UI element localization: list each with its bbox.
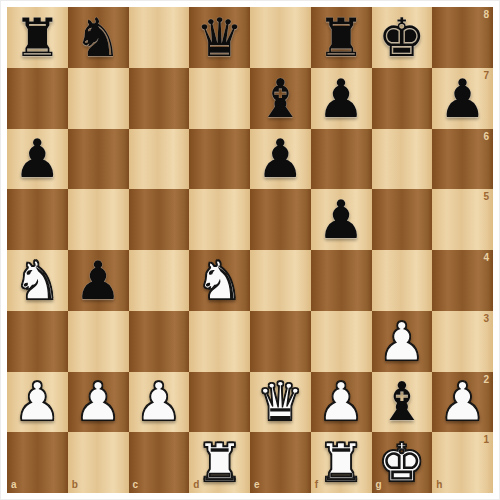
- file-label-a: a: [11, 480, 17, 490]
- square-f6[interactable]: [311, 129, 372, 190]
- square-f1[interactable]: f♜: [311, 432, 372, 493]
- rank-label-8: 8: [483, 10, 489, 20]
- square-c2[interactable]: ♟: [129, 372, 190, 433]
- square-c6[interactable]: [129, 129, 190, 190]
- square-g4[interactable]: [372, 250, 433, 311]
- square-c8[interactable]: [129, 7, 190, 68]
- square-e4[interactable]: [250, 250, 311, 311]
- square-b1[interactable]: b: [68, 432, 129, 493]
- piece-white-pawn[interactable]: ♟: [129, 372, 190, 433]
- square-a8[interactable]: ♜: [7, 7, 68, 68]
- square-d1[interactable]: d♜: [189, 432, 250, 493]
- square-f2[interactable]: ♟: [311, 372, 372, 433]
- piece-black-pawn[interactable]: ♟: [7, 129, 68, 190]
- square-b2[interactable]: ♟: [68, 372, 129, 433]
- piece-white-rook[interactable]: ♜: [189, 432, 250, 493]
- piece-black-pawn[interactable]: ♟: [68, 250, 129, 311]
- square-f3[interactable]: [311, 311, 372, 372]
- file-label-h: h: [436, 480, 442, 490]
- square-e1[interactable]: e: [250, 432, 311, 493]
- piece-black-pawn[interactable]: ♟: [311, 189, 372, 250]
- page-background: ♜♞♛♜♚8♝♟7♟♟♟6♟5♞♟♞4♟3♟♟♟♛♟♝2♟abcd♜ef♜g♚1…: [0, 0, 500, 500]
- piece-white-king[interactable]: ♚: [372, 432, 433, 493]
- square-h5[interactable]: 5: [432, 189, 493, 250]
- square-h6[interactable]: 6: [432, 129, 493, 190]
- rank-label-3: 3: [483, 314, 489, 324]
- file-label-c: c: [133, 480, 139, 490]
- square-a2[interactable]: ♟: [7, 372, 68, 433]
- square-g7[interactable]: [372, 68, 433, 129]
- square-e7[interactable]: ♝: [250, 68, 311, 129]
- square-f4[interactable]: [311, 250, 372, 311]
- square-e6[interactable]: ♟: [250, 129, 311, 190]
- square-c7[interactable]: [129, 68, 190, 129]
- piece-black-bishop[interactable]: ♝: [250, 68, 311, 129]
- square-d4[interactable]: ♞: [189, 250, 250, 311]
- square-a1[interactable]: a: [7, 432, 68, 493]
- square-h1[interactable]: 1h: [432, 432, 493, 493]
- piece-black-pawn[interactable]: ♟: [432, 68, 493, 129]
- square-d6[interactable]: [189, 129, 250, 190]
- square-c3[interactable]: [129, 311, 190, 372]
- square-b7[interactable]: [68, 68, 129, 129]
- square-g8[interactable]: ♚: [372, 7, 433, 68]
- square-b4[interactable]: ♟: [68, 250, 129, 311]
- square-h2[interactable]: 2♟: [432, 372, 493, 433]
- square-d5[interactable]: [189, 189, 250, 250]
- square-d3[interactable]: [189, 311, 250, 372]
- square-d8[interactable]: ♛: [189, 7, 250, 68]
- piece-white-pawn[interactable]: ♟: [432, 372, 493, 433]
- rank-label-6: 6: [483, 132, 489, 142]
- square-a3[interactable]: [7, 311, 68, 372]
- square-h4[interactable]: 4: [432, 250, 493, 311]
- square-g2[interactable]: ♝: [372, 372, 433, 433]
- piece-white-knight[interactable]: ♞: [7, 250, 68, 311]
- square-g5[interactable]: [372, 189, 433, 250]
- file-label-e: e: [254, 480, 260, 490]
- square-b8[interactable]: ♞: [68, 7, 129, 68]
- square-b6[interactable]: [68, 129, 129, 190]
- square-a5[interactable]: [7, 189, 68, 250]
- square-f7[interactable]: ♟: [311, 68, 372, 129]
- square-g6[interactable]: [372, 129, 433, 190]
- square-e5[interactable]: [250, 189, 311, 250]
- square-f8[interactable]: ♜: [311, 7, 372, 68]
- piece-black-pawn[interactable]: ♟: [250, 129, 311, 190]
- piece-black-rook[interactable]: ♜: [7, 7, 68, 68]
- piece-black-knight[interactable]: ♞: [68, 7, 129, 68]
- square-g1[interactable]: g♚: [372, 432, 433, 493]
- square-h8[interactable]: 8: [432, 7, 493, 68]
- square-f5[interactable]: ♟: [311, 189, 372, 250]
- piece-black-rook[interactable]: ♜: [311, 7, 372, 68]
- piece-white-pawn[interactable]: ♟: [311, 372, 372, 433]
- square-e8[interactable]: [250, 7, 311, 68]
- square-c1[interactable]: c: [129, 432, 190, 493]
- square-h7[interactable]: 7♟: [432, 68, 493, 129]
- rank-label-4: 4: [483, 253, 489, 263]
- chess-board: ♜♞♛♜♚8♝♟7♟♟♟6♟5♞♟♞4♟3♟♟♟♛♟♝2♟abcd♜ef♜g♚1…: [7, 7, 493, 493]
- square-e2[interactable]: ♛: [250, 372, 311, 433]
- piece-white-pawn[interactable]: ♟: [7, 372, 68, 433]
- square-h3[interactable]: 3: [432, 311, 493, 372]
- piece-white-pawn[interactable]: ♟: [68, 372, 129, 433]
- square-a6[interactable]: ♟: [7, 129, 68, 190]
- file-label-b: b: [72, 480, 78, 490]
- piece-black-queen[interactable]: ♛: [189, 7, 250, 68]
- piece-black-king[interactable]: ♚: [372, 7, 433, 68]
- square-d2[interactable]: [189, 372, 250, 433]
- square-a4[interactable]: ♞: [7, 250, 68, 311]
- piece-white-knight[interactable]: ♞: [189, 250, 250, 311]
- square-b3[interactable]: [68, 311, 129, 372]
- square-c4[interactable]: [129, 250, 190, 311]
- square-e3[interactable]: [250, 311, 311, 372]
- square-a7[interactable]: [7, 68, 68, 129]
- piece-white-queen[interactable]: ♛: [250, 372, 311, 433]
- piece-white-rook[interactable]: ♜: [311, 432, 372, 493]
- square-b5[interactable]: [68, 189, 129, 250]
- square-c5[interactable]: [129, 189, 190, 250]
- square-g3[interactable]: ♟: [372, 311, 433, 372]
- rank-label-5: 5: [483, 192, 489, 202]
- piece-white-pawn[interactable]: ♟: [372, 311, 433, 372]
- piece-black-pawn[interactable]: ♟: [311, 68, 372, 129]
- square-d7[interactable]: [189, 68, 250, 129]
- rank-label-1: 1: [483, 435, 489, 445]
- piece-black-bishop[interactable]: ♝: [372, 372, 433, 433]
